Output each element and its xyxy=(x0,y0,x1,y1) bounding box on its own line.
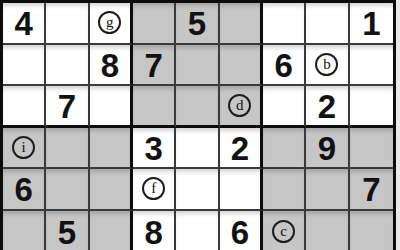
cell-r1c6[interactable] xyxy=(220,3,263,45)
cell-r5c9[interactable]: 7 xyxy=(350,169,393,211)
given-digit: 7 xyxy=(144,49,162,82)
cell-r1c8[interactable] xyxy=(306,3,349,45)
circled-letter-marker: c xyxy=(272,220,295,243)
cell-r3c6[interactable]: d xyxy=(220,86,263,128)
cell-r5c2[interactable] xyxy=(46,169,89,211)
given-digit: 6 xyxy=(14,173,32,206)
cell-r4c4[interactable]: 3 xyxy=(133,128,176,170)
cell-r5c6[interactable] xyxy=(220,169,263,211)
cell-r2c6[interactable] xyxy=(220,45,263,87)
given-digit: 7 xyxy=(362,173,380,206)
cell-r4c7[interactable] xyxy=(263,128,306,170)
cell-r4c6[interactable]: 2 xyxy=(220,128,263,170)
given-digit: 1 xyxy=(362,7,380,40)
cell-r6c5[interactable] xyxy=(176,211,219,250)
circled-letter-marker: d xyxy=(228,94,251,117)
cell-r2c5[interactable] xyxy=(176,45,219,87)
cell-r2c8[interactable]: b xyxy=(306,45,349,87)
cell-r2c2[interactable] xyxy=(46,45,89,87)
cell-r1c5[interactable]: 5 xyxy=(176,3,219,45)
cell-r1c9[interactable]: 1 xyxy=(350,3,393,45)
circled-letter-marker: g xyxy=(98,11,121,34)
cell-r3c3[interactable] xyxy=(90,86,133,128)
cell-r6c6[interactable]: 6 xyxy=(220,211,263,250)
cell-r6c1[interactable] xyxy=(3,211,46,250)
given-digit: 3 xyxy=(144,132,162,165)
given-digit: 5 xyxy=(188,7,206,40)
cell-r6c8[interactable] xyxy=(306,211,349,250)
cell-r5c3[interactable] xyxy=(90,169,133,211)
cell-r3c8[interactable]: 2 xyxy=(306,86,349,128)
sudoku-puzzle-image: 4g51876b7d2i3296f7586c xyxy=(0,0,400,250)
given-digit: 7 xyxy=(58,90,76,123)
cell-r4c8[interactable]: 9 xyxy=(306,128,349,170)
given-digit: 9 xyxy=(318,132,336,165)
cell-r3c2[interactable]: 7 xyxy=(46,86,89,128)
cell-r1c2[interactable] xyxy=(46,3,89,45)
cell-r3c7[interactable] xyxy=(263,86,306,128)
given-digit: 5 xyxy=(58,216,76,249)
cell-r4c3[interactable] xyxy=(90,128,133,170)
cell-r3c5[interactable] xyxy=(176,86,219,128)
cell-r5c7[interactable] xyxy=(263,169,306,211)
cell-r3c4[interactable] xyxy=(133,86,176,128)
given-digit: 4 xyxy=(14,7,32,40)
sudoku-board: 4g51876b7d2i3296f7586c xyxy=(0,0,396,250)
cell-r2c7[interactable]: 6 xyxy=(263,45,306,87)
cell-r1c3[interactable]: g xyxy=(90,3,133,45)
cell-r6c2[interactable]: 5 xyxy=(46,211,89,250)
cell-r1c4[interactable] xyxy=(133,3,176,45)
circled-letter-marker: i xyxy=(12,136,35,159)
given-digit: 8 xyxy=(144,216,162,249)
cell-r5c5[interactable] xyxy=(176,169,219,211)
given-digit: 2 xyxy=(231,132,249,165)
circled-letter-marker: f xyxy=(142,177,165,200)
cell-r3c1[interactable] xyxy=(3,86,46,128)
given-digit: 8 xyxy=(101,49,119,82)
given-digit: 2 xyxy=(318,90,336,123)
cell-r5c1[interactable]: 6 xyxy=(3,169,46,211)
cell-r1c1[interactable]: 4 xyxy=(3,3,46,45)
cell-r1c7[interactable] xyxy=(263,3,306,45)
given-digit: 6 xyxy=(231,216,249,249)
cell-r6c3[interactable] xyxy=(90,211,133,250)
cell-r4c2[interactable] xyxy=(46,128,89,170)
cell-r2c4[interactable]: 7 xyxy=(133,45,176,87)
cell-r6c4[interactable]: 8 xyxy=(133,211,176,250)
cell-r5c4[interactable]: f xyxy=(133,169,176,211)
given-digit: 6 xyxy=(274,49,292,82)
cell-r3c9[interactable] xyxy=(350,86,393,128)
cell-r4c9[interactable] xyxy=(350,128,393,170)
cell-r4c5[interactable] xyxy=(176,128,219,170)
cell-r2c9[interactable] xyxy=(350,45,393,87)
circled-letter-marker: b xyxy=(315,53,338,76)
cell-r5c8[interactable] xyxy=(306,169,349,211)
cell-r4c1[interactable]: i xyxy=(3,128,46,170)
cell-r6c7[interactable]: c xyxy=(263,211,306,250)
cell-r6c9[interactable] xyxy=(350,211,393,250)
cell-r2c1[interactable] xyxy=(3,45,46,87)
cell-r2c3[interactable]: 8 xyxy=(90,45,133,87)
